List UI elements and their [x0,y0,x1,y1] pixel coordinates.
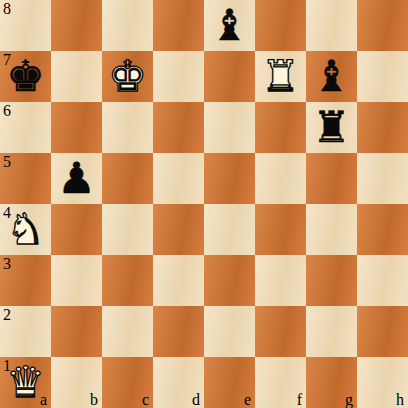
square-c3[interactable] [102,255,153,306]
square-g5[interactable] [306,153,357,204]
square-b2[interactable] [51,306,102,357]
square-f1[interactable]: f [255,357,306,408]
square-d6[interactable] [153,102,204,153]
square-f4[interactable] [255,204,306,255]
square-b1[interactable]: b [51,357,102,408]
square-e8[interactable]: ♝ [204,0,255,51]
square-f3[interactable] [255,255,306,306]
rank-label-4: 4 [3,204,11,222]
square-c7[interactable]: ♚ [102,51,153,102]
square-b8[interactable] [51,0,102,51]
file-label-b: b [90,391,98,408]
square-d4[interactable] [153,204,204,255]
rank-label-2: 2 [3,306,11,324]
square-f5[interactable] [255,153,306,204]
square-e5[interactable] [204,153,255,204]
square-f8[interactable] [255,0,306,51]
square-h4[interactable] [357,204,408,255]
square-a6[interactable]: 6 [0,102,51,153]
file-label-e: e [244,391,251,408]
square-d5[interactable] [153,153,204,204]
square-h7[interactable] [357,51,408,102]
file-label-h: h [396,391,404,408]
square-f2[interactable] [255,306,306,357]
square-c2[interactable] [102,306,153,357]
rank-label-8: 8 [3,0,11,18]
rank-label-1: 1 [3,357,11,375]
square-a7[interactable]: ♚7 [0,51,51,102]
rank-label-7: 7 [3,51,11,69]
square-h2[interactable] [357,306,408,357]
square-g1[interactable]: g [306,357,357,408]
rank-label-6: 6 [3,102,11,120]
chess-board: 8♝♚7♚♜♝6♜5♟♞432♛1abcdefgh [0,0,408,408]
square-d7[interactable] [153,51,204,102]
square-b4[interactable] [51,204,102,255]
piece-white-king[interactable]: ♚ [102,51,153,102]
piece-black-bishop[interactable]: ♝ [306,51,357,102]
file-label-g: g [345,391,353,408]
square-a4[interactable]: ♞4 [0,204,51,255]
square-b7[interactable] [51,51,102,102]
file-label-f: f [297,391,302,408]
file-label-d: d [192,391,200,408]
square-b6[interactable] [51,102,102,153]
piece-white-rook[interactable]: ♜ [255,51,306,102]
square-a5[interactable]: 5 [0,153,51,204]
square-g6[interactable]: ♜ [306,102,357,153]
square-e4[interactable] [204,204,255,255]
square-c1[interactable]: c [102,357,153,408]
square-g4[interactable] [306,204,357,255]
file-label-a: a [40,391,47,408]
square-h1[interactable]: h [357,357,408,408]
piece-black-rook[interactable]: ♜ [306,102,357,153]
square-d8[interactable] [153,0,204,51]
square-h3[interactable] [357,255,408,306]
square-c8[interactable] [102,0,153,51]
square-e7[interactable] [204,51,255,102]
square-e1[interactable]: e [204,357,255,408]
square-a8[interactable]: 8 [0,0,51,51]
piece-black-bishop[interactable]: ♝ [204,0,255,51]
square-h8[interactable] [357,0,408,51]
square-d1[interactable]: d [153,357,204,408]
square-b5[interactable]: ♟ [51,153,102,204]
square-a3[interactable]: 3 [0,255,51,306]
square-g7[interactable]: ♝ [306,51,357,102]
square-e6[interactable] [204,102,255,153]
square-g2[interactable] [306,306,357,357]
file-label-c: c [142,391,149,408]
square-e3[interactable] [204,255,255,306]
piece-black-pawn[interactable]: ♟ [51,153,102,204]
square-e2[interactable] [204,306,255,357]
square-g8[interactable] [306,0,357,51]
square-a2[interactable]: 2 [0,306,51,357]
square-f7[interactable]: ♜ [255,51,306,102]
square-c5[interactable] [102,153,153,204]
square-g3[interactable] [306,255,357,306]
rank-label-5: 5 [3,153,11,171]
square-c4[interactable] [102,204,153,255]
square-d3[interactable] [153,255,204,306]
rank-label-3: 3 [3,255,11,273]
square-c6[interactable] [102,102,153,153]
square-a1[interactable]: ♛1a [0,357,51,408]
square-h6[interactable] [357,102,408,153]
square-h5[interactable] [357,153,408,204]
square-f6[interactable] [255,102,306,153]
square-b3[interactable] [51,255,102,306]
square-d2[interactable] [153,306,204,357]
